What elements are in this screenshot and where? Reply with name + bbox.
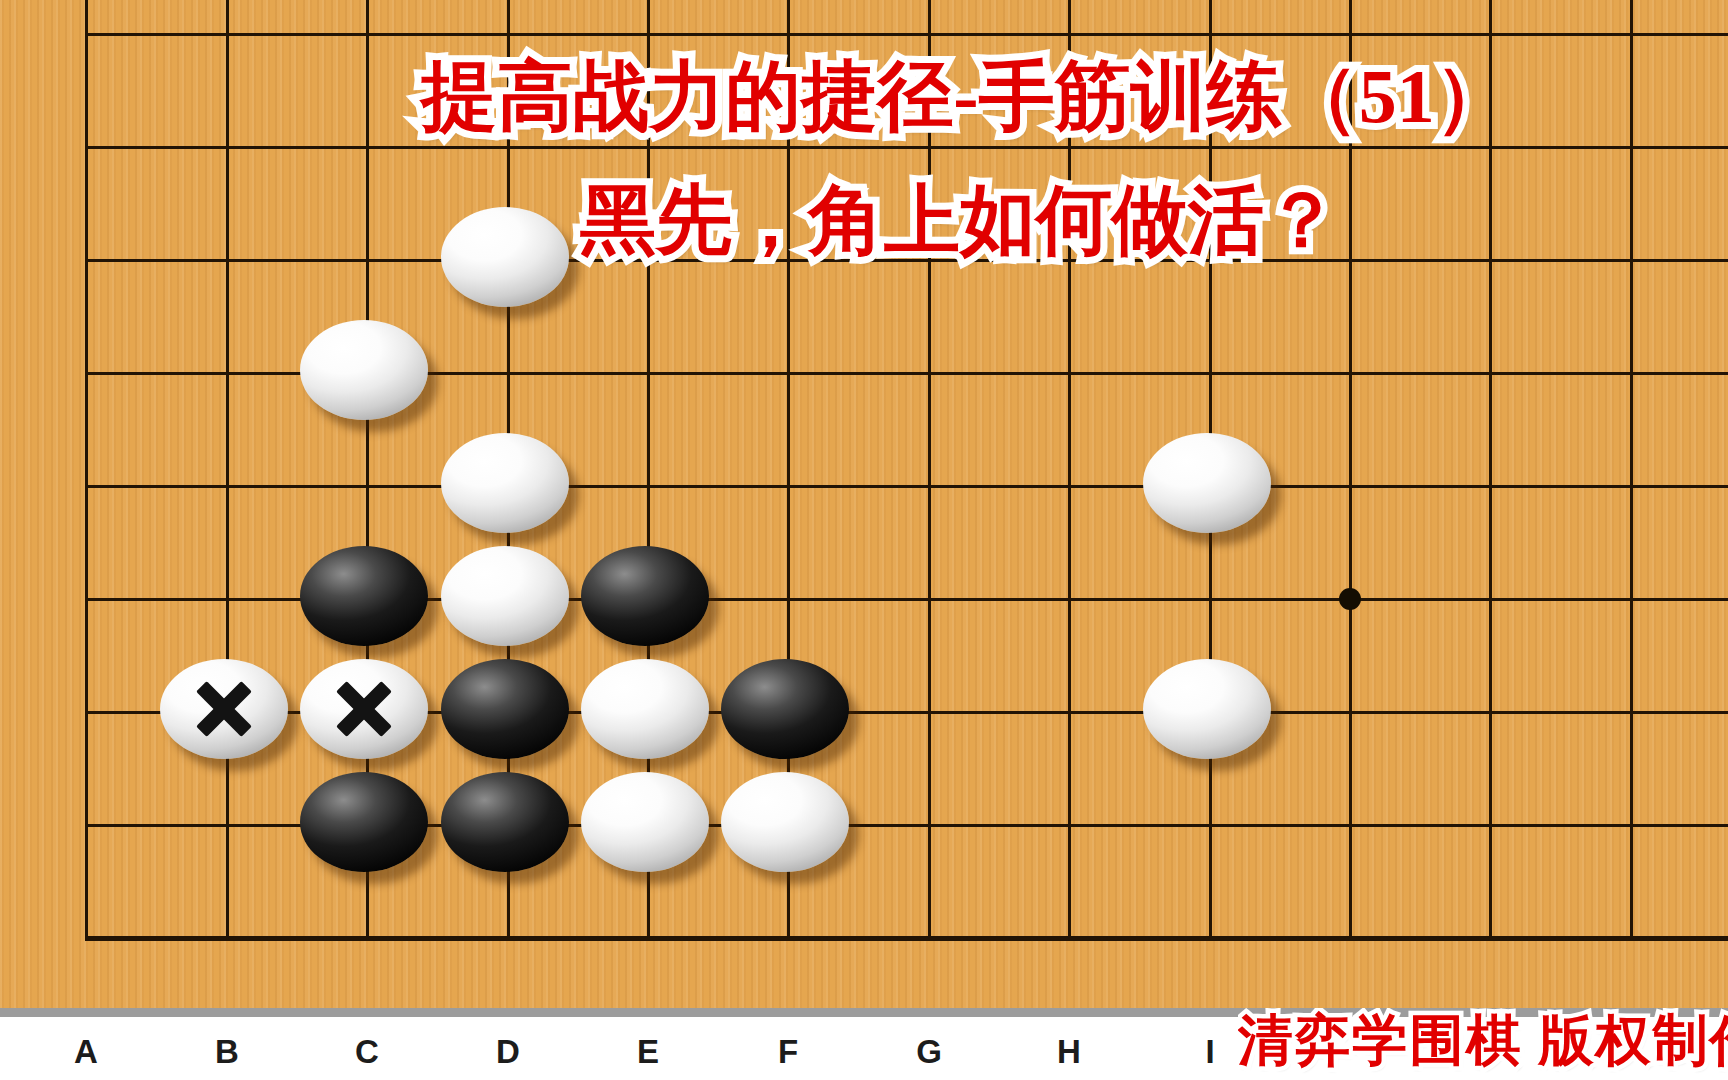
stone-white-C3	[300, 659, 428, 759]
title-line-1: 提高战力的捷径-手筋训练（51） 提高战力的捷径-手筋训练（51）	[421, 52, 1510, 142]
watermark-text: 清弈学围棋 版权制作	[1238, 1010, 1728, 1071]
grid-line-horizontal	[85, 485, 1728, 488]
grid-line-vertical	[1630, 0, 1633, 941]
coord-label-A: A	[74, 1033, 98, 1071]
stone-white-I5	[1143, 433, 1271, 533]
star-point	[1339, 588, 1361, 610]
coord-label-G: G	[916, 1033, 942, 1071]
stone-white-F2	[721, 772, 849, 872]
stone-white-C6	[300, 320, 428, 420]
title-line-2: 黑先，角上如何做活？ 黑先，角上如何做活？	[580, 176, 1340, 266]
coord-label-E: E	[637, 1033, 659, 1071]
watermark: 清弈学围棋 版权制作 清弈学围棋 版权制作	[1238, 1008, 1728, 1080]
coord-label-F: F	[778, 1033, 798, 1071]
stone-black-C2	[300, 772, 428, 872]
title-line-1-text: 提高战力的捷径-手筋训练（51）	[421, 54, 1510, 138]
title-line-2-text: 黑先，角上如何做活？	[580, 178, 1340, 262]
grid-line-vertical	[226, 0, 229, 941]
stone-black-C4	[300, 546, 428, 646]
stone-white-E2	[581, 772, 709, 872]
stone-black-D3	[441, 659, 569, 759]
coord-label-D: D	[496, 1033, 520, 1071]
coord-label-C: C	[355, 1033, 379, 1071]
stone-white-B3	[160, 659, 288, 759]
stone-black-D2	[441, 772, 569, 872]
grid-line-horizontal	[85, 33, 1728, 36]
stone-white-D7	[441, 207, 569, 307]
grid-line-horizontal	[85, 146, 1728, 149]
stone-white-E3	[581, 659, 709, 759]
coord-label-B: B	[215, 1033, 239, 1071]
grid-line-bottom-edge	[85, 936, 1728, 941]
go-board	[0, 0, 1728, 1008]
grid-line-vertical	[85, 0, 88, 941]
stone-black-E4	[581, 546, 709, 646]
coord-label-H: H	[1057, 1033, 1081, 1071]
coord-label-I: I	[1205, 1033, 1214, 1071]
stone-white-D4	[441, 546, 569, 646]
stone-black-F3	[721, 659, 849, 759]
video-frame: 提高战力的捷径-手筋训练（51） 提高战力的捷径-手筋训练（51） 黑先，角上如…	[0, 0, 1728, 1080]
stone-white-I3	[1143, 659, 1271, 759]
stone-white-D5	[441, 433, 569, 533]
